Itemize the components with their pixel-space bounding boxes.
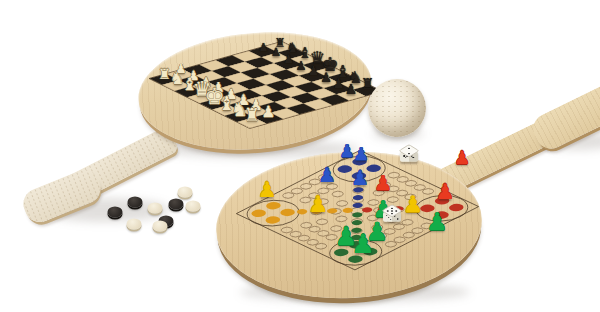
ludo-pawn-yellow[interactable]: ♟ — [308, 193, 328, 216]
die-pip — [407, 152, 411, 154]
die-pip — [407, 147, 411, 149]
ludo-pawn-yellow[interactable]: ♟ — [258, 179, 277, 200]
ludo-pawn-red[interactable]: ♟ — [374, 173, 392, 194]
scene: ♜♞♝♛♚♝♞♜♟♟♟♟♟♟♟♟♟♟♟♟♟♟♟♟♜♞♝♛♚♝♞♜ ♟♟♟♟♟♟♟… — [0, 0, 600, 312]
ludo-pawn-yellow[interactable]: ♟ — [403, 193, 423, 216]
ludo-pawn-blue[interactable]: ♟ — [353, 145, 369, 163]
die-pip — [394, 210, 398, 212]
die-pip — [405, 157, 407, 159]
ludo-pawn-red[interactable]: ♟ — [435, 181, 454, 202]
ludo-paddle: ♟♟♟♟♟♟♟♟♟♟♟♟♟♟♟ — [0, 0, 600, 312]
dice-layer — [0, 0, 600, 312]
ball[interactable] — [368, 79, 426, 137]
ludo-pawn-green[interactable]: ♟ — [351, 231, 374, 257]
die-pip — [390, 212, 394, 214]
die-1[interactable] — [396, 143, 422, 167]
ludo-pawn-blue[interactable]: ♟ — [351, 168, 369, 188]
die-pip — [397, 218, 399, 220]
ludo-pawn-red[interactable]: ♟ — [454, 149, 470, 167]
ludo-pawn-blue[interactable]: ♟ — [318, 166, 336, 186]
die-pip — [413, 157, 415, 159]
die-pip — [386, 210, 390, 212]
ludo-pawn-green[interactable]: ♟ — [426, 210, 448, 234]
die-pip — [390, 219, 392, 221]
